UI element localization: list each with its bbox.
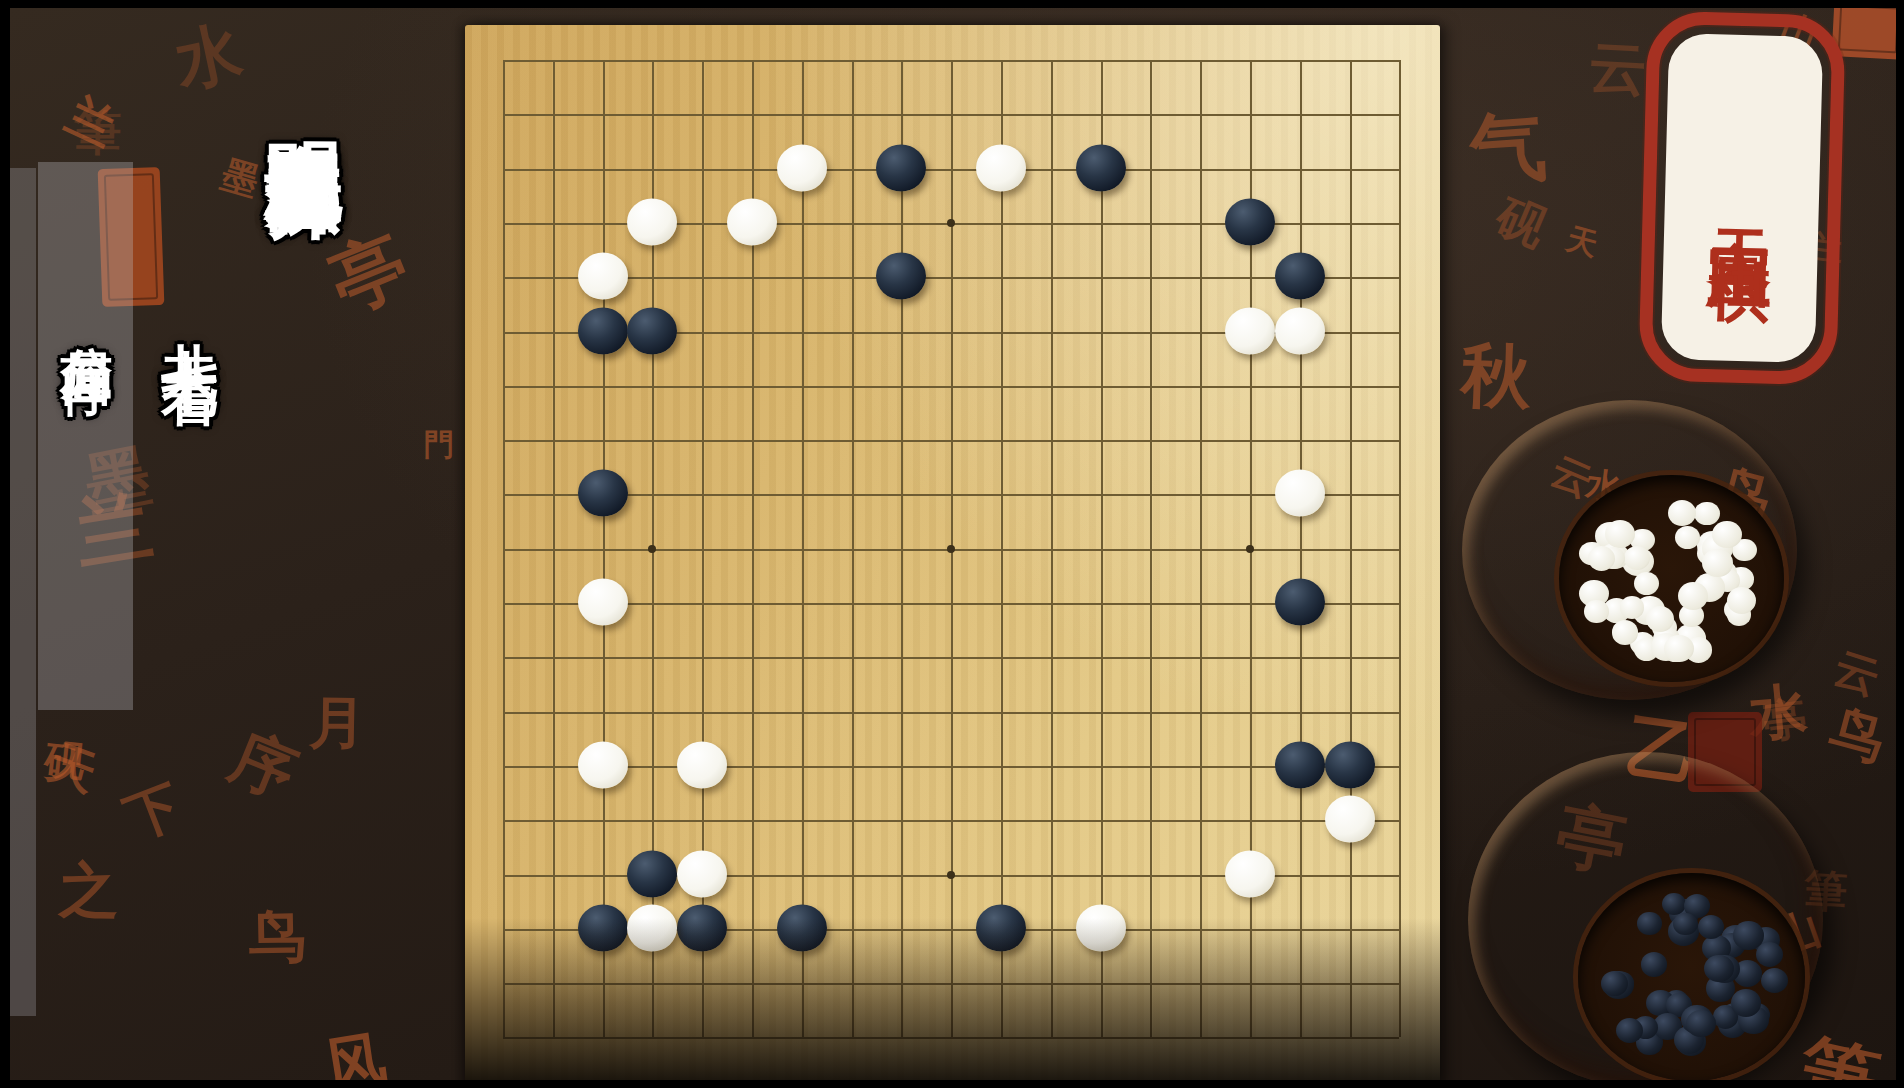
bowl-black-stone	[1641, 952, 1667, 976]
bowl-black-stone	[1616, 1018, 1643, 1043]
black-stone	[627, 850, 677, 897]
white-stone	[727, 198, 777, 245]
black-stone	[578, 904, 628, 951]
star-point	[947, 545, 955, 553]
white-stone	[976, 144, 1026, 191]
black-stone	[578, 470, 628, 517]
black-stone	[876, 253, 926, 300]
letterbox-left	[0, 0, 10, 1088]
bowl-white-stone	[1612, 620, 1638, 644]
black-stone	[677, 904, 727, 951]
bowl-white-stone	[1584, 600, 1608, 623]
board-grid-line	[503, 657, 1399, 659]
bowl-black-stone	[1662, 893, 1686, 915]
board-grid-line	[1399, 60, 1401, 1037]
black-stone	[1225, 198, 1275, 245]
board-grid-line	[503, 386, 1399, 388]
game-title-caption: 明皇诏郑观音弈棋局图	[252, 80, 357, 100]
black-stone	[1325, 741, 1375, 788]
black-stone	[1076, 144, 1126, 191]
black-stone	[1275, 579, 1325, 626]
white-stone	[578, 579, 628, 626]
white-stone	[677, 741, 727, 788]
white-stone	[677, 850, 727, 897]
black-stone	[1275, 253, 1325, 300]
status-caption: 分局面停	[52, 305, 122, 329]
star-point	[947, 219, 955, 227]
bowl-black-stone	[1637, 912, 1661, 935]
board-grid-line	[503, 766, 1399, 768]
white-stone	[1225, 850, 1275, 897]
bowl-white-stone	[1620, 596, 1644, 619]
bowl-black-stone	[1673, 913, 1697, 936]
white-stone	[627, 904, 677, 951]
white-stone	[1275, 307, 1325, 354]
star-point	[648, 545, 656, 553]
bowl-white-stone	[1668, 500, 1696, 526]
caption-grey-panel	[38, 162, 133, 710]
bowl-white-stone	[1727, 587, 1756, 614]
black-stone	[976, 904, 1026, 951]
board-grid-line	[503, 169, 1399, 171]
letterbox-top	[0, 0, 1904, 8]
left-grey-strip	[10, 168, 36, 1016]
bowl-white-stone	[1646, 606, 1674, 632]
white-stone	[578, 253, 628, 300]
black-stone	[777, 904, 827, 951]
move-count-caption: 共七十七着	[152, 298, 228, 328]
letterbox-bottom	[0, 1080, 1904, 1088]
board-grid-line	[503, 494, 1399, 496]
white-stone	[1225, 307, 1275, 354]
channel-seal: 天宝围棋	[1638, 10, 1846, 385]
board-grid-line	[503, 820, 1399, 822]
black-stone	[578, 307, 628, 354]
black-stone-bowl	[1468, 752, 1823, 1088]
white-bowl-opening	[1559, 475, 1783, 682]
board-grid-line	[503, 603, 1399, 605]
white-stone	[1076, 904, 1126, 951]
board-grid-line	[503, 712, 1399, 714]
bowl-white-stone	[1678, 582, 1708, 610]
white-stone	[1325, 796, 1375, 843]
white-stone-bowl	[1462, 400, 1797, 700]
star-point	[1246, 545, 1254, 553]
white-stone	[1275, 470, 1325, 517]
bowl-white-stone	[1634, 572, 1659, 595]
go-board	[465, 25, 1440, 1088]
white-stone	[627, 198, 677, 245]
bowl-white-stone	[1694, 502, 1719, 525]
bowl-black-stone	[1686, 1010, 1715, 1037]
board-grid-line	[503, 440, 1399, 442]
bowl-white-stone	[1712, 521, 1741, 548]
corner-seal-stamp	[1832, 0, 1904, 60]
bowl-black-stone	[1704, 955, 1734, 983]
board-grid-line	[503, 277, 1399, 279]
black-stone	[627, 307, 677, 354]
board-grid-line	[503, 983, 1399, 985]
board-grid-line	[503, 60, 1399, 62]
board-grid-line	[503, 1037, 1399, 1039]
channel-seal-background: 天宝围棋	[1661, 33, 1823, 363]
white-stone	[777, 144, 827, 191]
black-stone	[876, 144, 926, 191]
bowl-black-stone	[1731, 989, 1761, 1017]
bowl-black-stone	[1698, 915, 1724, 939]
board-grid-line	[503, 114, 1399, 116]
black-bowl-opening	[1578, 873, 1805, 1081]
channel-seal-text: 天宝围棋	[1709, 177, 1774, 219]
white-stone	[578, 741, 628, 788]
bowl-black-stone	[1601, 971, 1628, 996]
black-stone	[1275, 741, 1325, 788]
letterbox-right	[1896, 0, 1904, 1088]
bowl-black-stone	[1756, 942, 1783, 967]
bowl-black-stone	[1761, 968, 1788, 993]
star-point	[947, 871, 955, 879]
